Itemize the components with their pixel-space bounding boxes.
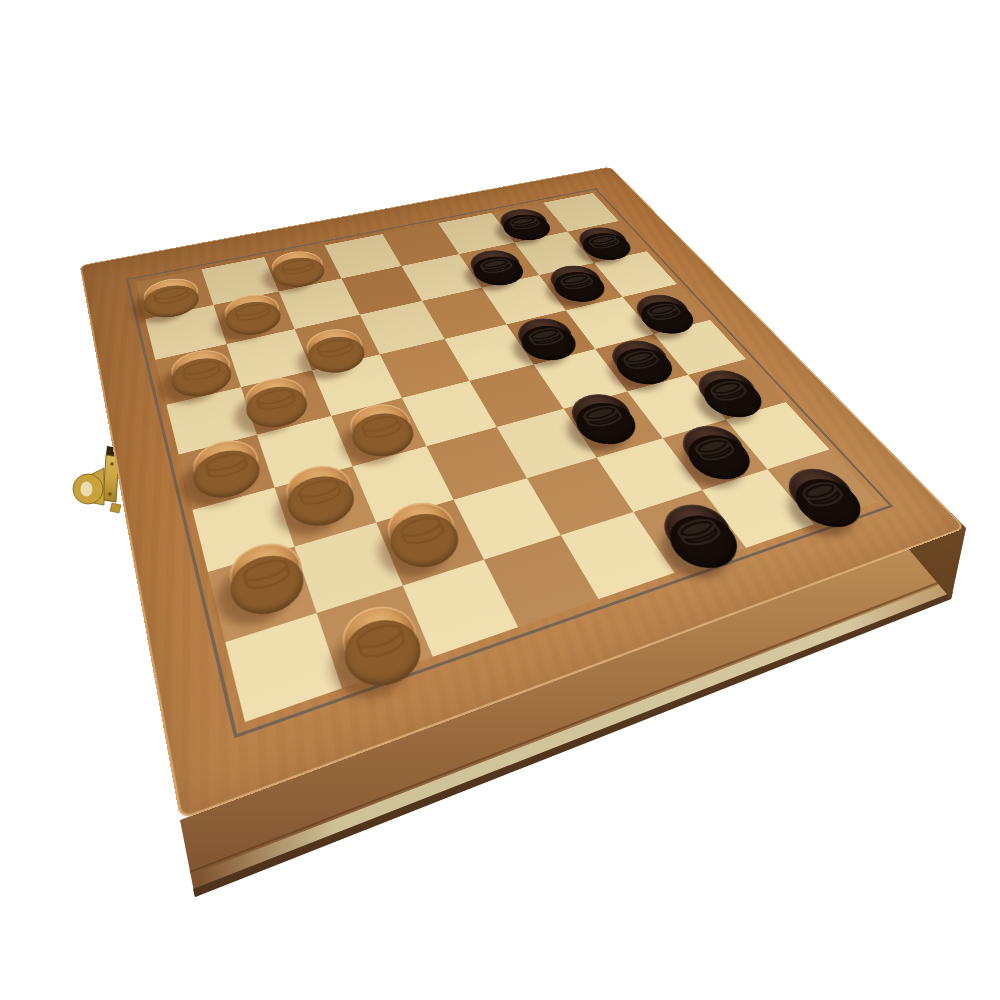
draughts-man-glyph: ⛂ (579, 227, 627, 254)
draughts-man-glyph: ⛂ (551, 265, 601, 296)
draughts-man-glyph: ⛀ (176, 349, 226, 388)
brass-catch-lower (110, 503, 121, 513)
draughts-man-glyph: ⛀ (234, 542, 297, 602)
draughts-man-glyph: ⛂ (572, 393, 632, 435)
latch-screw-bottom (108, 492, 112, 496)
latch-screw-top (110, 462, 114, 466)
draughts-man-glyph: ⛀ (390, 502, 454, 556)
draughts-man-glyph: ⛀ (148, 278, 193, 311)
draughts-man-glyph: ⛀ (345, 605, 415, 672)
draughts-man-glyph: ⛀ (275, 251, 321, 281)
draughts-man-glyph: ⛀ (249, 377, 302, 419)
brass-latch-tab-hole (81, 482, 93, 497)
draughts-man-glyph: ⛂ (518, 318, 572, 353)
checker-piece-light-r3c3[interactable]: ⛀ (300, 324, 369, 369)
draughts-man-glyph: ⛂ (612, 340, 669, 377)
product-photo-stage: ⛀⛀⛂⛀⛂⛂⛀⛀⛂⛀⛂⛂⛀⛀⛂⛀⛂⛂⛀⛀⛂⛀⛂⛂ (0, 0, 1000, 1000)
draughts-man-glyph: ⛀ (228, 294, 276, 328)
checker-piece-light-r1c3[interactable]: ⛀ (267, 247, 329, 284)
draughts-man-glyph: ⛂ (501, 209, 547, 235)
draughts-man-glyph: ⛂ (636, 294, 690, 327)
draughts-man-glyph: ⛀ (290, 465, 350, 516)
draughts-man-glyph: ⛀ (309, 328, 360, 365)
draughts-man-glyph: ⛀ (198, 440, 254, 488)
draughts-man-glyph: ⛀ (352, 403, 409, 447)
draughts-man-glyph: ⛂ (471, 250, 519, 279)
